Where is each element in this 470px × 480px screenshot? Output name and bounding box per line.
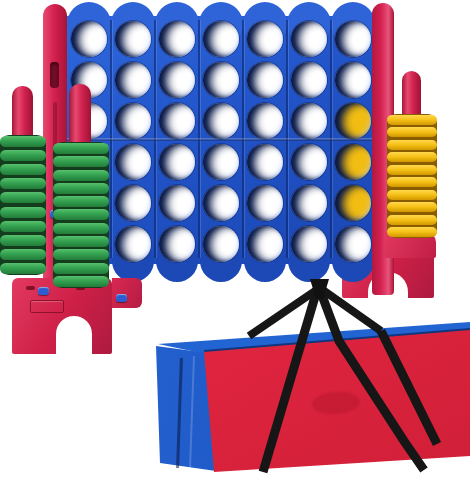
- hole-empty: [247, 144, 283, 180]
- board-cell-r1c4: [199, 18, 243, 59]
- hole-empty: [291, 185, 327, 221]
- hole-empty: [115, 226, 151, 262]
- green-disc: [0, 136, 46, 147]
- board-cell-r3c3: [155, 100, 199, 141]
- board-cell-r5c3: [155, 182, 199, 223]
- strap-front-right: [320, 290, 424, 470]
- hole-empty: [247, 103, 283, 139]
- yellow-disc: [387, 165, 437, 175]
- left-leg: [12, 278, 112, 354]
- hole-empty: [203, 226, 239, 262]
- wingnut-knob: [116, 294, 127, 302]
- board-cell-r6c7: [331, 223, 375, 264]
- board-cell-r1c3: [155, 18, 199, 59]
- hole-empty: [203, 185, 239, 221]
- yellow-disc: [387, 115, 437, 125]
- board-cell-r5c6: [287, 182, 331, 223]
- board-cell-r5c5: [243, 182, 287, 223]
- stack-green-left-outer: [0, 135, 46, 275]
- board-cell-r6c3: [155, 223, 199, 264]
- yellow-disc: [387, 227, 437, 237]
- board-cell-r6c5: [243, 223, 287, 264]
- yellow-disc: [387, 140, 437, 150]
- strap-back-left: [249, 289, 318, 336]
- left-leg-emboss: [30, 300, 64, 313]
- stack-green-left-inner: [53, 142, 109, 288]
- hole-empty: [203, 21, 239, 57]
- hole-empty: [247, 226, 283, 262]
- board-cell-r2c5: [243, 59, 287, 100]
- bag-crease: [176, 358, 183, 468]
- hole-yellow-backed: [335, 185, 371, 221]
- board-cell-r1c7: [331, 18, 375, 59]
- board-cell-r1c1: [67, 18, 111, 59]
- wingnut-knob: [38, 287, 49, 295]
- green-disc: [0, 178, 46, 189]
- green-disc: [0, 192, 46, 203]
- board-cell-r1c2: [111, 18, 155, 59]
- left-leg-wing: [112, 278, 142, 308]
- board-cell-r2c6: [287, 59, 331, 100]
- hole-empty: [115, 62, 151, 98]
- board-cell-r4c3: [155, 141, 199, 182]
- hole-empty: [291, 144, 327, 180]
- hole-empty: [159, 226, 195, 262]
- hole-empty: [159, 21, 195, 57]
- board-cell-r5c4: [199, 182, 243, 223]
- green-disc: [53, 236, 109, 247]
- hole-empty: [247, 185, 283, 221]
- green-post-inner: [69, 84, 91, 148]
- board-cell-r3c7: [331, 100, 375, 141]
- green-disc: [53, 143, 109, 154]
- green-disc: [53, 249, 109, 260]
- hole-empty: [203, 103, 239, 139]
- hole-empty: [115, 144, 151, 180]
- board-cell-r5c7: [331, 182, 375, 223]
- hole-empty: [115, 185, 151, 221]
- yellow-disc: [387, 177, 437, 187]
- yellow-disc: [387, 190, 437, 200]
- product-photo-giant-connect-four: [0, 0, 470, 480]
- yellow-disc: [387, 152, 437, 162]
- hole-empty: [159, 103, 195, 139]
- yellow-disc: [387, 127, 437, 137]
- green-disc: [53, 196, 109, 207]
- board-cell-r1c5: [243, 18, 287, 59]
- strap-right-outer: [381, 331, 437, 444]
- board-cell-r4c5: [243, 141, 287, 182]
- hole-empty: [335, 21, 371, 57]
- board-cell-r3c4: [199, 100, 243, 141]
- hole-empty: [71, 21, 107, 57]
- hole-empty: [335, 62, 371, 98]
- green-disc: [0, 263, 46, 274]
- board-cell-r3c5: [243, 100, 287, 141]
- hole-yellow-backed: [335, 103, 371, 139]
- hole-empty: [291, 226, 327, 262]
- hole-empty: [335, 226, 371, 262]
- rail-slot: [50, 62, 59, 88]
- hole-empty: [115, 103, 151, 139]
- hole-empty: [203, 62, 239, 98]
- yellow-disc: [387, 202, 437, 212]
- board-cell-r4c4: [199, 141, 243, 182]
- hole-empty: [291, 21, 327, 57]
- board-cell-r2c7: [331, 59, 375, 100]
- green-disc: [0, 207, 46, 218]
- bag-crease-highlight: [189, 356, 195, 468]
- hole-empty: [291, 103, 327, 139]
- hole-empty: [291, 62, 327, 98]
- bag-embossed-logo: [311, 390, 360, 415]
- hole-empty: [203, 144, 239, 180]
- board-cell-r2c3: [155, 59, 199, 100]
- green-disc: [53, 276, 109, 287]
- board-cell-r6c2: [111, 223, 155, 264]
- hole-empty: [159, 62, 195, 98]
- green-disc: [0, 150, 46, 161]
- board-cell-r6c6: [287, 223, 331, 264]
- board-cell-r2c2: [111, 59, 155, 100]
- hole-empty: [159, 144, 195, 180]
- board-grid: [67, 18, 375, 264]
- board-cell-r3c2: [111, 100, 155, 141]
- strap-handle-apex: [310, 279, 329, 299]
- green-disc: [0, 221, 46, 232]
- green-disc: [53, 156, 109, 167]
- hole-yellow-backed: [335, 144, 371, 180]
- hole-empty: [247, 21, 283, 57]
- green-disc: [53, 223, 109, 234]
- green-disc: [0, 249, 46, 260]
- connect-four-board: [67, 2, 375, 282]
- green-disc: [0, 235, 46, 246]
- green-disc: [53, 183, 109, 194]
- green-disc: [53, 170, 109, 181]
- green-disc: [53, 209, 109, 220]
- green-disc: [53, 263, 109, 274]
- board-cell-r2c4: [199, 59, 243, 100]
- board-cell-r3c6: [287, 100, 331, 141]
- board-cell-r4c6: [287, 141, 331, 182]
- board-cell-r5c2: [111, 182, 155, 223]
- board-cell-r6c4: [199, 223, 243, 264]
- stack-yellow-right: [387, 114, 437, 238]
- board-cell-r4c7: [331, 141, 375, 182]
- hole-empty: [159, 185, 195, 221]
- board-cell-r4c2: [111, 141, 155, 182]
- hole-empty: [247, 62, 283, 98]
- strap-front-left: [263, 290, 317, 472]
- leg-slot-mark: [26, 286, 35, 290]
- hole-empty: [115, 21, 151, 57]
- green-post-outer: [12, 86, 33, 142]
- board-cell-r1c6: [287, 18, 331, 59]
- green-disc: [0, 164, 46, 175]
- yellow-disc: [387, 215, 437, 225]
- left-leg-arch-cutout: [56, 316, 92, 354]
